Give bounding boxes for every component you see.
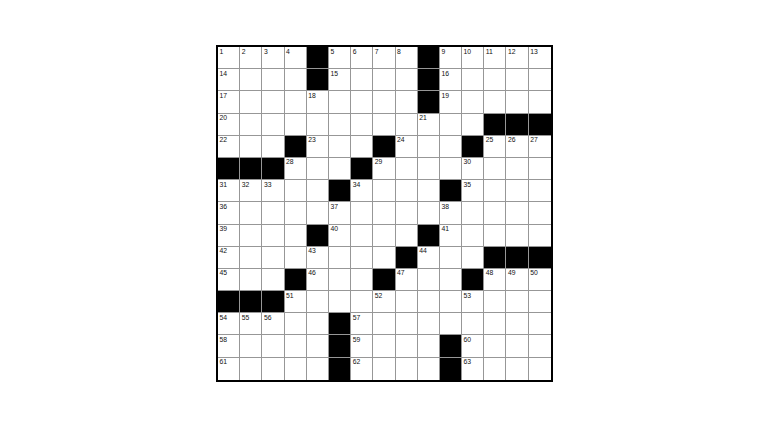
clue-number: 63 <box>464 358 472 366</box>
cell-r5c5[interactable]: 23 <box>307 136 329 158</box>
clue-number: 18 <box>308 92 316 100</box>
cell-r4c7[interactable] <box>351 114 373 136</box>
clue-number: 44 <box>419 247 427 255</box>
cell-r7c13[interactable] <box>484 180 506 202</box>
cell-r11c2[interactable] <box>240 269 262 291</box>
block-r11c8 <box>373 269 395 291</box>
cell-r3c8[interactable] <box>373 91 395 113</box>
cell-r10c10[interactable]: 44 <box>418 247 440 269</box>
clue-number: 60 <box>464 336 472 344</box>
cell-r12c12[interactable]: 53 <box>462 291 484 313</box>
clue-number: 19 <box>441 92 449 100</box>
cell-r14c15[interactable] <box>529 335 551 357</box>
cell-r1c14[interactable]: 12 <box>506 47 528 69</box>
cell-r15c1[interactable]: 61 <box>218 358 240 380</box>
cell-r5c6[interactable] <box>329 136 351 158</box>
cell-r7c7[interactable]: 34 <box>351 180 373 202</box>
cell-r5c15[interactable]: 27 <box>529 136 551 158</box>
clue-number: 7 <box>375 48 379 56</box>
cell-r14c10[interactable] <box>418 335 440 357</box>
cell-r1c2[interactable]: 2 <box>240 47 262 69</box>
clue-number: 12 <box>508 48 516 56</box>
page-background: 1234567891011121314151617181920212223242… <box>0 0 768 432</box>
clue-number: 10 <box>464 48 472 56</box>
cell-r14c9[interactable] <box>396 335 418 357</box>
cell-r14c14[interactable] <box>506 335 528 357</box>
cell-r13c10[interactable] <box>418 313 440 335</box>
block-r4c14 <box>506 114 528 136</box>
cell-r12c8[interactable]: 52 <box>373 291 395 313</box>
clue-number: 49 <box>508 269 516 277</box>
cell-r12c9[interactable] <box>396 291 418 313</box>
cell-r11c1[interactable]: 45 <box>218 269 240 291</box>
block-r14c6 <box>329 335 351 357</box>
cell-r8c10[interactable] <box>418 202 440 224</box>
block-r2c10 <box>418 69 440 91</box>
block-r7c11 <box>440 180 462 202</box>
cell-r13c3[interactable]: 56 <box>262 313 284 335</box>
cell-r6c15[interactable] <box>529 158 551 180</box>
cell-r13c4[interactable] <box>285 313 307 335</box>
cell-r5c10[interactable] <box>418 136 440 158</box>
cell-r13c15[interactable] <box>529 313 551 335</box>
cell-r10c11[interactable] <box>440 247 462 269</box>
cell-r12c11[interactable] <box>440 291 462 313</box>
cell-r14c3[interactable] <box>262 335 284 357</box>
cell-r8c6[interactable]: 37 <box>329 202 351 224</box>
block-r4c13 <box>484 114 506 136</box>
block-r7c6 <box>329 180 351 202</box>
cell-r15c3[interactable] <box>262 358 284 380</box>
cell-r15c7[interactable]: 62 <box>351 358 373 380</box>
cell-r8c2[interactable] <box>240 202 262 224</box>
cell-r6c10[interactable] <box>418 158 440 180</box>
cell-r9c14[interactable] <box>506 225 528 247</box>
cell-r15c2[interactable] <box>240 358 262 380</box>
cell-r9c2[interactable] <box>240 225 262 247</box>
clue-number: 48 <box>486 269 494 277</box>
cell-r6c9[interactable] <box>396 158 418 180</box>
cell-r15c4[interactable] <box>285 358 307 380</box>
block-r6c3 <box>262 158 284 180</box>
clue-number: 50 <box>530 269 538 277</box>
block-r14c11 <box>440 335 462 357</box>
clue-number: 43 <box>308 247 316 255</box>
block-r4c15 <box>529 114 551 136</box>
clue-number: 20 <box>220 114 228 122</box>
cell-r6c8[interactable]: 29 <box>373 158 395 180</box>
cell-r9c9[interactable] <box>396 225 418 247</box>
cell-r3c1[interactable]: 17 <box>218 91 240 113</box>
cell-r7c5[interactable] <box>307 180 329 202</box>
cell-r5c1[interactable]: 22 <box>218 136 240 158</box>
cell-r14c7[interactable]: 59 <box>351 335 373 357</box>
clue-number: 30 <box>464 158 472 166</box>
clue-number: 32 <box>242 181 250 189</box>
block-r13c6 <box>329 313 351 335</box>
clue-number: 17 <box>220 92 228 100</box>
cell-r3c11[interactable]: 19 <box>440 91 462 113</box>
cell-r5c9[interactable]: 24 <box>396 136 418 158</box>
clue-number: 31 <box>220 181 228 189</box>
cell-r7c4[interactable] <box>285 180 307 202</box>
cell-r3c13[interactable] <box>484 91 506 113</box>
cell-r8c1[interactable]: 36 <box>218 202 240 224</box>
block-r2c5 <box>307 69 329 91</box>
cell-r9c4[interactable] <box>285 225 307 247</box>
cell-r15c12[interactable]: 63 <box>462 358 484 380</box>
cell-r4c11[interactable] <box>440 114 462 136</box>
cell-r2c12[interactable] <box>462 69 484 91</box>
block-r12c2 <box>240 291 262 313</box>
cell-r14c8[interactable] <box>373 335 395 357</box>
clue-number: 27 <box>530 136 538 144</box>
cell-r6c5[interactable] <box>307 158 329 180</box>
block-r1c10 <box>418 47 440 69</box>
cell-r4c12[interactable] <box>462 114 484 136</box>
cell-r8c4[interactable] <box>285 202 307 224</box>
cell-r10c3[interactable] <box>262 247 284 269</box>
cell-r11c14[interactable]: 49 <box>506 269 528 291</box>
cell-r1c12[interactable]: 10 <box>462 47 484 69</box>
block-r5c4 <box>285 136 307 158</box>
block-r10c15 <box>529 247 551 269</box>
clue-number: 53 <box>464 292 472 300</box>
cell-r11c7[interactable] <box>351 269 373 291</box>
cell-r2c6[interactable]: 15 <box>329 69 351 91</box>
cell-r13c7[interactable]: 57 <box>351 313 373 335</box>
clue-number: 14 <box>220 70 228 78</box>
cell-r9c6[interactable]: 40 <box>329 225 351 247</box>
cell-r2c11[interactable]: 16 <box>440 69 462 91</box>
clue-number: 45 <box>220 269 228 277</box>
cell-r14c13[interactable] <box>484 335 506 357</box>
clue-number: 13 <box>530 48 538 56</box>
cell-r9c8[interactable] <box>373 225 395 247</box>
cell-r6c6[interactable] <box>329 158 351 180</box>
clue-number: 51 <box>286 292 294 300</box>
clue-number: 55 <box>242 314 250 322</box>
clue-number: 29 <box>375 158 383 166</box>
cell-r3c5[interactable]: 18 <box>307 91 329 113</box>
cell-r5c7[interactable] <box>351 136 373 158</box>
clue-number: 34 <box>353 181 361 189</box>
clue-number: 58 <box>220 336 228 344</box>
cell-r12c4[interactable]: 51 <box>285 291 307 313</box>
cell-r3c12[interactable] <box>462 91 484 113</box>
cell-r10c6[interactable] <box>329 247 351 269</box>
clue-number: 52 <box>375 292 383 300</box>
cell-r3c3[interactable] <box>262 91 284 113</box>
cell-r7c3[interactable]: 33 <box>262 180 284 202</box>
cell-r6c13[interactable] <box>484 158 506 180</box>
cell-r12c7[interactable] <box>351 291 373 313</box>
cell-r12c14[interactable] <box>506 291 528 313</box>
cell-r4c2[interactable] <box>240 114 262 136</box>
clue-number: 28 <box>286 158 294 166</box>
cell-r2c8[interactable] <box>373 69 395 91</box>
cell-r1c15[interactable]: 13 <box>529 47 551 69</box>
cell-r1c6[interactable]: 5 <box>329 47 351 69</box>
cell-r4c8[interactable] <box>373 114 395 136</box>
cell-r4c10[interactable]: 21 <box>418 114 440 136</box>
cell-r3c2[interactable] <box>240 91 262 113</box>
cell-r5c2[interactable] <box>240 136 262 158</box>
clue-number: 40 <box>330 225 338 233</box>
cell-r1c8[interactable]: 7 <box>373 47 395 69</box>
cell-r14c4[interactable] <box>285 335 307 357</box>
clue-number: 16 <box>441 70 449 78</box>
clue-number: 41 <box>441 225 449 233</box>
clue-number: 57 <box>353 314 361 322</box>
block-r10c9 <box>396 247 418 269</box>
cell-r2c4[interactable] <box>285 69 307 91</box>
cell-r2c2[interactable] <box>240 69 262 91</box>
cell-r6c11[interactable] <box>440 158 462 180</box>
cell-r9c1[interactable]: 39 <box>218 225 240 247</box>
cell-r11c9[interactable]: 47 <box>396 269 418 291</box>
clue-number: 9 <box>441 48 445 56</box>
clue-number: 46 <box>308 269 316 277</box>
cell-r13c11[interactable] <box>440 313 462 335</box>
block-r12c1 <box>218 291 240 313</box>
cell-r15c13[interactable] <box>484 358 506 380</box>
cell-r14c2[interactable] <box>240 335 262 357</box>
cell-r14c5[interactable] <box>307 335 329 357</box>
cell-r2c9[interactable] <box>396 69 418 91</box>
cell-r10c4[interactable] <box>285 247 307 269</box>
clue-number: 37 <box>330 203 338 211</box>
cell-r3c6[interactable] <box>329 91 351 113</box>
cell-r5c3[interactable] <box>262 136 284 158</box>
cell-r9c11[interactable]: 41 <box>440 225 462 247</box>
clue-number: 4 <box>286 48 290 56</box>
cell-r13c1[interactable]: 54 <box>218 313 240 335</box>
cell-r3c9[interactable] <box>396 91 418 113</box>
cell-r2c15[interactable] <box>529 69 551 91</box>
clue-number: 42 <box>220 247 228 255</box>
cell-r13c14[interactable] <box>506 313 528 335</box>
cell-r1c4[interactable]: 4 <box>285 47 307 69</box>
cell-r10c12[interactable] <box>462 247 484 269</box>
cell-r9c7[interactable] <box>351 225 373 247</box>
cell-r10c5[interactable]: 43 <box>307 247 329 269</box>
clue-number: 36 <box>220 203 228 211</box>
cell-r1c13[interactable]: 11 <box>484 47 506 69</box>
cell-r11c5[interactable]: 46 <box>307 269 329 291</box>
block-r11c12 <box>462 269 484 291</box>
cell-r7c14[interactable] <box>506 180 528 202</box>
cell-r12c15[interactable] <box>529 291 551 313</box>
block-r5c8 <box>373 136 395 158</box>
cell-r7c15[interactable] <box>529 180 551 202</box>
cell-r12c10[interactable] <box>418 291 440 313</box>
cell-r2c13[interactable] <box>484 69 506 91</box>
clue-number: 61 <box>220 358 228 366</box>
cell-r5c14[interactable]: 26 <box>506 136 528 158</box>
clue-number: 23 <box>308 136 316 144</box>
cell-r8c9[interactable] <box>396 202 418 224</box>
cell-r8c12[interactable] <box>462 202 484 224</box>
cell-r2c3[interactable] <box>262 69 284 91</box>
block-r9c5 <box>307 225 329 247</box>
cell-r10c2[interactable] <box>240 247 262 269</box>
cell-r4c3[interactable] <box>262 114 284 136</box>
clue-number: 2 <box>242 48 246 56</box>
cell-r8c7[interactable] <box>351 202 373 224</box>
cell-r8c3[interactable] <box>262 202 284 224</box>
cell-r9c3[interactable] <box>262 225 284 247</box>
cell-r15c15[interactable] <box>529 358 551 380</box>
clue-number: 26 <box>508 136 516 144</box>
cell-r3c7[interactable] <box>351 91 373 113</box>
cell-r11c15[interactable]: 50 <box>529 269 551 291</box>
cell-r4c9[interactable] <box>396 114 418 136</box>
cell-r14c12[interactable]: 60 <box>462 335 484 357</box>
clue-number: 39 <box>220 225 228 233</box>
block-r6c1 <box>218 158 240 180</box>
cell-r13c12[interactable] <box>462 313 484 335</box>
cell-r7c2[interactable]: 32 <box>240 180 262 202</box>
block-r11c4 <box>285 269 307 291</box>
cell-r4c4[interactable] <box>285 114 307 136</box>
clue-number: 21 <box>419 114 427 122</box>
cell-r3c15[interactable] <box>529 91 551 113</box>
clue-number: 59 <box>353 336 361 344</box>
cell-r15c14[interactable] <box>506 358 528 380</box>
cell-r7c12[interactable]: 35 <box>462 180 484 202</box>
cell-r3c14[interactable] <box>506 91 528 113</box>
cell-r13c5[interactable] <box>307 313 329 335</box>
cell-r13c8[interactable] <box>373 313 395 335</box>
block-r10c14 <box>506 247 528 269</box>
cell-r12c13[interactable] <box>484 291 506 313</box>
cell-r10c7[interactable] <box>351 247 373 269</box>
cell-r7c1[interactable]: 31 <box>218 180 240 202</box>
cell-r8c15[interactable] <box>529 202 551 224</box>
cell-r9c13[interactable] <box>484 225 506 247</box>
block-r12c3 <box>262 291 284 313</box>
cell-r12c5[interactable] <box>307 291 329 313</box>
cell-r5c11[interactable] <box>440 136 462 158</box>
cell-r1c7[interactable]: 6 <box>351 47 373 69</box>
clue-number: 6 <box>353 48 357 56</box>
cell-r13c13[interactable] <box>484 313 506 335</box>
cell-r1c1[interactable]: 1 <box>218 47 240 69</box>
clue-number: 5 <box>330 48 334 56</box>
clue-number: 25 <box>486 136 494 144</box>
clue-number: 33 <box>264 181 272 189</box>
cell-r14c1[interactable]: 58 <box>218 335 240 357</box>
cell-r10c8[interactable] <box>373 247 395 269</box>
cell-r10c1[interactable]: 42 <box>218 247 240 269</box>
cell-r13c9[interactable] <box>396 313 418 335</box>
cell-r8c5[interactable] <box>307 202 329 224</box>
cell-r6c4[interactable]: 28 <box>285 158 307 180</box>
cell-r7c9[interactable] <box>396 180 418 202</box>
cell-r11c3[interactable] <box>262 269 284 291</box>
block-r15c6 <box>329 358 351 380</box>
cell-r6c14[interactable] <box>506 158 528 180</box>
cell-r9c12[interactable] <box>462 225 484 247</box>
block-r3c10 <box>418 91 440 113</box>
cell-r4c6[interactable] <box>329 114 351 136</box>
clue-number: 38 <box>441 203 449 211</box>
block-r5c12 <box>462 136 484 158</box>
cell-r7c8[interactable] <box>373 180 395 202</box>
clue-number: 11 <box>486 48 493 56</box>
cell-r1c11[interactable]: 9 <box>440 47 462 69</box>
cell-r9c15[interactable] <box>529 225 551 247</box>
cell-r11c11[interactable] <box>440 269 462 291</box>
cell-r15c5[interactable] <box>307 358 329 380</box>
cell-r13c2[interactable]: 55 <box>240 313 262 335</box>
clue-number: 47 <box>397 269 405 277</box>
clue-number: 15 <box>330 70 338 78</box>
block-r6c2 <box>240 158 262 180</box>
cell-r2c1[interactable]: 14 <box>218 69 240 91</box>
clue-number: 54 <box>220 314 228 322</box>
cell-r8c13[interactable] <box>484 202 506 224</box>
clue-number: 8 <box>397 48 401 56</box>
clue-number: 56 <box>264 314 272 322</box>
cell-r8c8[interactable] <box>373 202 395 224</box>
cell-r4c1[interactable]: 20 <box>218 114 240 136</box>
cell-r6c12[interactable]: 30 <box>462 158 484 180</box>
crossword-grid: 1234567891011121314151617181920212223242… <box>216 45 553 382</box>
cell-r2c14[interactable] <box>506 69 528 91</box>
cell-r5c13[interactable]: 25 <box>484 136 506 158</box>
cell-r11c10[interactable] <box>418 269 440 291</box>
clue-number: 62 <box>353 358 361 366</box>
cell-r8c14[interactable] <box>506 202 528 224</box>
clue-number: 22 <box>220 136 228 144</box>
cell-r15c10[interactable] <box>418 358 440 380</box>
cell-r1c3[interactable]: 3 <box>262 47 284 69</box>
cell-r7c10[interactable] <box>418 180 440 202</box>
cell-r15c9[interactable] <box>396 358 418 380</box>
cell-r8c11[interactable]: 38 <box>440 202 462 224</box>
block-r9c10 <box>418 225 440 247</box>
cell-r15c8[interactable] <box>373 358 395 380</box>
cell-r1c9[interactable]: 8 <box>396 47 418 69</box>
clue-number: 24 <box>397 136 405 144</box>
cell-r3c4[interactable] <box>285 91 307 113</box>
cell-r11c13[interactable]: 48 <box>484 269 506 291</box>
block-r10c13 <box>484 247 506 269</box>
cell-r11c6[interactable] <box>329 269 351 291</box>
clue-number: 3 <box>264 48 268 56</box>
block-r15c11 <box>440 358 462 380</box>
cell-r12c6[interactable] <box>329 291 351 313</box>
cell-r4c5[interactable] <box>307 114 329 136</box>
clue-number: 1 <box>220 48 224 56</box>
block-r6c7 <box>351 158 373 180</box>
block-r1c5 <box>307 47 329 69</box>
cell-r2c7[interactable] <box>351 69 373 91</box>
clue-number: 35 <box>464 181 472 189</box>
